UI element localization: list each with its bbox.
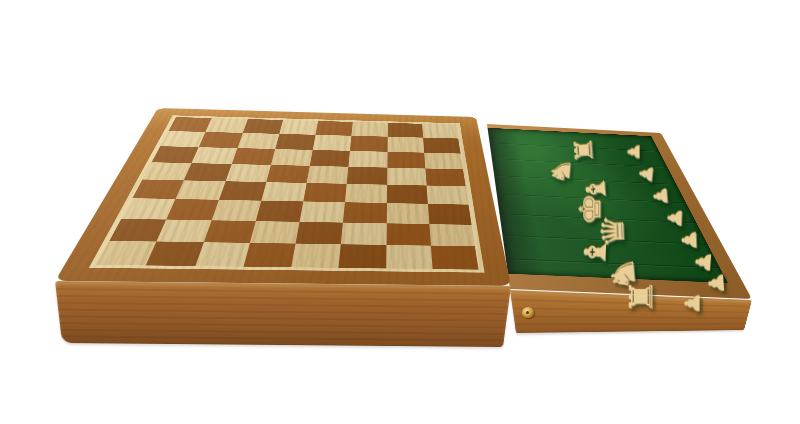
board-square[interactable] bbox=[387, 152, 425, 169]
board-square[interactable] bbox=[279, 120, 318, 135]
board-square[interactable] bbox=[146, 241, 203, 266]
stored-piece-pawn[interactable]: ♟ bbox=[651, 185, 671, 207]
board-square[interactable] bbox=[313, 135, 352, 151]
stored-piece-pawn[interactable]: ♟ bbox=[665, 207, 685, 229]
board-square[interactable] bbox=[250, 221, 300, 244]
board-square[interactable] bbox=[426, 186, 468, 205]
board-square[interactable] bbox=[291, 243, 341, 267]
board-square[interactable] bbox=[352, 122, 388, 137]
stored-piece-pawn[interactable]: ♟ bbox=[705, 271, 727, 296]
stored-piece-pawn[interactable]: ♟ bbox=[679, 228, 700, 251]
board-square[interactable] bbox=[157, 219, 212, 242]
board-square[interactable] bbox=[199, 132, 243, 148]
board-square[interactable] bbox=[307, 166, 349, 184]
board-square[interactable] bbox=[387, 137, 424, 153]
board-square[interactable] bbox=[266, 165, 310, 183]
board-square[interactable] bbox=[386, 203, 429, 224]
board-square[interactable] bbox=[343, 202, 386, 223]
stored-piece-pawn[interactable]: ♟ bbox=[626, 143, 643, 162]
board-square[interactable] bbox=[206, 118, 248, 133]
board-square[interactable] bbox=[184, 163, 231, 181]
board-square[interactable] bbox=[243, 119, 283, 134]
board-square[interactable] bbox=[211, 200, 261, 221]
board-square[interactable] bbox=[203, 220, 255, 243]
board-square[interactable] bbox=[387, 123, 423, 138]
stored-piece-pawn[interactable]: ♟ bbox=[682, 291, 703, 314]
board-square[interactable] bbox=[192, 147, 237, 164]
board-square[interactable] bbox=[176, 180, 226, 200]
board-square[interactable] bbox=[350, 136, 387, 152]
board-square[interactable] bbox=[387, 185, 428, 204]
board-square[interactable] bbox=[225, 164, 271, 182]
board-square[interactable] bbox=[423, 138, 461, 154]
board-square[interactable] bbox=[429, 224, 475, 246]
board-square[interactable] bbox=[386, 223, 431, 245]
board-square[interactable] bbox=[387, 168, 427, 186]
board-square[interactable] bbox=[261, 182, 307, 201]
board-inlay-line bbox=[89, 115, 485, 272]
board-square[interactable] bbox=[195, 242, 250, 267]
board-square[interactable] bbox=[243, 243, 295, 267]
stored-piece-knight[interactable]: ♞ bbox=[547, 156, 574, 186]
stored-piece-pawn[interactable]: ♟ bbox=[637, 163, 657, 184]
board-square[interactable] bbox=[300, 202, 346, 223]
board-square[interactable] bbox=[256, 201, 304, 222]
chess-box-scene: ♜♞♝♚♛♝♞♜♟♟♟♟♟♟♟♟ bbox=[0, 0, 800, 424]
board-square[interactable] bbox=[431, 246, 479, 270]
board-square[interactable] bbox=[231, 148, 275, 165]
board-square[interactable] bbox=[422, 124, 458, 139]
board-square[interactable] bbox=[386, 245, 433, 269]
board-square[interactable] bbox=[303, 183, 347, 202]
board-square[interactable] bbox=[424, 153, 463, 170]
board-square[interactable] bbox=[339, 244, 386, 268]
chessboard bbox=[97, 117, 479, 270]
board-square[interactable] bbox=[296, 222, 344, 245]
board-square[interactable] bbox=[315, 121, 352, 136]
board-square[interactable] bbox=[275, 134, 315, 150]
board-square[interactable] bbox=[345, 184, 387, 203]
box-front-face bbox=[55, 281, 511, 347]
board-square[interactable] bbox=[349, 151, 388, 168]
chess-box-lid bbox=[55, 108, 511, 286]
board-square[interactable] bbox=[167, 199, 219, 220]
board-square[interactable] bbox=[219, 181, 267, 200]
drawer-knob[interactable] bbox=[522, 307, 534, 318]
board-square[interactable] bbox=[237, 133, 279, 149]
stored-piece-rook[interactable]: ♜ bbox=[625, 278, 657, 314]
board-square[interactable] bbox=[341, 222, 386, 244]
board-square[interactable] bbox=[271, 149, 313, 166]
board-square[interactable] bbox=[425, 168, 465, 186]
board-square[interactable] bbox=[310, 150, 350, 167]
board-square[interactable] bbox=[428, 204, 472, 225]
board-square[interactable] bbox=[347, 167, 387, 185]
